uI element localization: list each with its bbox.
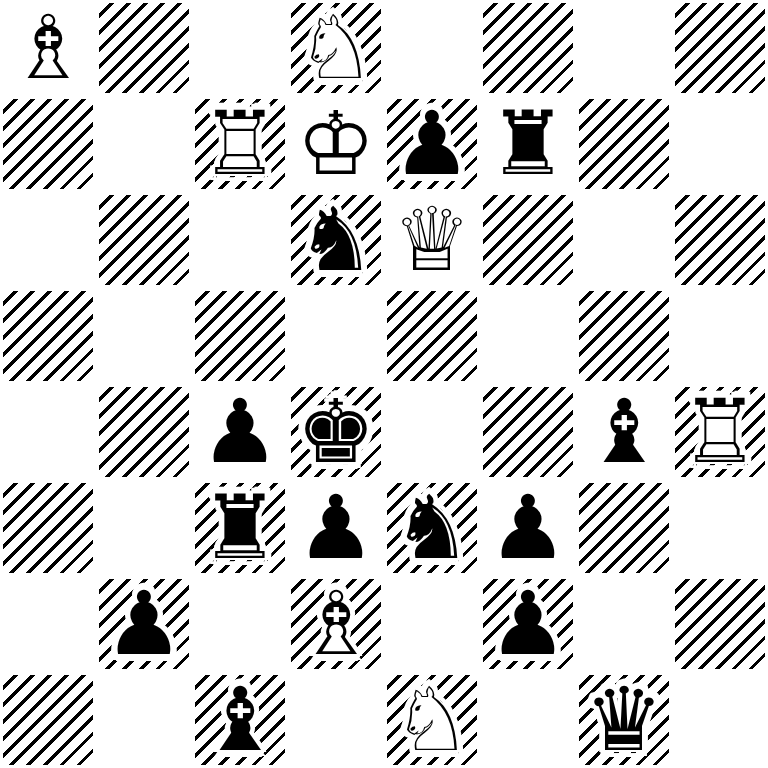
square-f2[interactable]: ♟♟	[480, 576, 576, 672]
square-e7[interactable]: ♟♟	[384, 96, 480, 192]
square-b2[interactable]: ♟♟	[96, 576, 192, 672]
square-c6[interactable]	[192, 192, 288, 288]
square-d5[interactable]	[288, 288, 384, 384]
square-e8[interactable]	[384, 0, 480, 96]
square-h1[interactable]	[672, 672, 768, 768]
square-h2[interactable]	[672, 576, 768, 672]
square-b5[interactable]	[96, 288, 192, 384]
piece-black-king[interactable]: ♚♚	[288, 384, 384, 480]
piece-black-rook[interactable]: ♜♜	[480, 96, 576, 192]
square-h6[interactable]	[672, 192, 768, 288]
square-c4[interactable]: ♟♟	[192, 384, 288, 480]
black-bishop-icon: ♝	[576, 384, 672, 480]
square-a4[interactable]	[0, 384, 96, 480]
square-f1[interactable]	[480, 672, 576, 768]
square-b3[interactable]	[96, 480, 192, 576]
black-pawn-icon: ♟	[96, 576, 192, 672]
square-a3[interactable]	[0, 480, 96, 576]
white-rook-icon: ♖	[192, 96, 288, 192]
piece-white-bishop[interactable]: ♝♗	[288, 576, 384, 672]
black-pawn-icon: ♟	[480, 480, 576, 576]
square-f8[interactable]	[480, 0, 576, 96]
square-c3[interactable]: ♜♜	[192, 480, 288, 576]
piece-black-pawn[interactable]: ♟♟	[480, 576, 576, 672]
square-h5[interactable]	[672, 288, 768, 384]
square-g2[interactable]	[576, 576, 672, 672]
square-g8[interactable]	[576, 0, 672, 96]
square-d4[interactable]: ♚♚	[288, 384, 384, 480]
square-e3[interactable]: ♞♞	[384, 480, 480, 576]
square-f5[interactable]	[480, 288, 576, 384]
white-bishop-icon: ♗	[0, 0, 96, 96]
square-b4[interactable]	[96, 384, 192, 480]
square-b8[interactable]	[96, 0, 192, 96]
piece-black-bishop[interactable]: ♝♝	[576, 384, 672, 480]
square-b1[interactable]	[96, 672, 192, 768]
piece-black-pawn[interactable]: ♟♟	[96, 576, 192, 672]
square-e5[interactable]	[384, 288, 480, 384]
black-rook-icon: ♜	[480, 96, 576, 192]
black-knight-icon: ♞	[288, 192, 384, 288]
square-h8[interactable]	[672, 0, 768, 96]
square-g6[interactable]	[576, 192, 672, 288]
square-c1[interactable]: ♝♝	[192, 672, 288, 768]
square-h3[interactable]	[672, 480, 768, 576]
white-queen-icon: ♕	[384, 192, 480, 288]
piece-black-pawn[interactable]: ♟♟	[480, 480, 576, 576]
square-f3[interactable]: ♟♟	[480, 480, 576, 576]
black-king-icon: ♚	[288, 384, 384, 480]
square-f6[interactable]	[480, 192, 576, 288]
square-g1[interactable]: ♛♛	[576, 672, 672, 768]
square-f4[interactable]	[480, 384, 576, 480]
square-e1[interactable]: ♞♘	[384, 672, 480, 768]
square-e4[interactable]	[384, 384, 480, 480]
piece-black-rook[interactable]: ♜♜	[192, 480, 288, 576]
piece-white-bishop[interactable]: ♝♗	[0, 0, 96, 96]
white-bishop-icon: ♗	[288, 576, 384, 672]
piece-white-king[interactable]: ♚♔	[288, 96, 384, 192]
black-bishop-icon: ♝	[192, 672, 288, 768]
piece-white-queen[interactable]: ♛♕	[384, 192, 480, 288]
square-c8[interactable]	[192, 0, 288, 96]
square-d3[interactable]: ♟♟	[288, 480, 384, 576]
square-g3[interactable]	[576, 480, 672, 576]
piece-white-knight[interactable]: ♞♘	[288, 0, 384, 96]
black-pawn-icon: ♟	[480, 576, 576, 672]
piece-white-knight[interactable]: ♞♘	[384, 672, 480, 768]
square-a5[interactable]	[0, 288, 96, 384]
square-a6[interactable]	[0, 192, 96, 288]
black-queen-icon: ♛	[576, 672, 672, 768]
black-knight-icon: ♞	[384, 480, 480, 576]
square-h4[interactable]: ♜♖	[672, 384, 768, 480]
square-a8[interactable]: ♝♗	[0, 0, 96, 96]
square-e2[interactable]	[384, 576, 480, 672]
piece-black-queen[interactable]: ♛♛	[576, 672, 672, 768]
square-e6[interactable]: ♛♕	[384, 192, 480, 288]
white-king-icon: ♔	[288, 96, 384, 192]
square-c7[interactable]: ♜♖	[192, 96, 288, 192]
square-c2[interactable]	[192, 576, 288, 672]
piece-black-knight[interactable]: ♞♞	[288, 192, 384, 288]
black-pawn-icon: ♟	[384, 96, 480, 192]
piece-black-pawn[interactable]: ♟♟	[384, 96, 480, 192]
white-knight-icon: ♘	[384, 672, 480, 768]
square-b7[interactable]	[96, 96, 192, 192]
piece-black-knight[interactable]: ♞♞	[384, 480, 480, 576]
white-rook-icon: ♖	[672, 384, 768, 480]
square-f7[interactable]: ♜♜	[480, 96, 576, 192]
black-pawn-icon: ♟	[192, 384, 288, 480]
piece-black-pawn[interactable]: ♟♟	[288, 480, 384, 576]
piece-white-rook[interactable]: ♜♖	[192, 96, 288, 192]
square-d6[interactable]: ♞♞	[288, 192, 384, 288]
piece-black-pawn[interactable]: ♟♟	[192, 384, 288, 480]
square-c5[interactable]	[192, 288, 288, 384]
black-rook-icon: ♜	[192, 480, 288, 576]
chess-board: ♝♗♞♘♜♖♚♔♟♟♜♜♞♞♛♕♟♟♚♚♝♝♜♖♜♜♟♟♞♞♟♟♟♟♝♗♟♟♝♝…	[0, 0, 768, 768]
square-d7[interactable]: ♚♔	[288, 96, 384, 192]
square-g4[interactable]: ♝♝	[576, 384, 672, 480]
white-knight-icon: ♘	[288, 0, 384, 96]
square-g7[interactable]	[576, 96, 672, 192]
black-pawn-icon: ♟	[288, 480, 384, 576]
square-d1[interactable]	[288, 672, 384, 768]
square-h7[interactable]	[672, 96, 768, 192]
square-d8[interactable]: ♞♘	[288, 0, 384, 96]
square-g5[interactable]	[576, 288, 672, 384]
square-a1[interactable]	[0, 672, 96, 768]
square-b6[interactable]	[96, 192, 192, 288]
piece-black-bishop[interactable]: ♝♝	[192, 672, 288, 768]
square-a2[interactable]	[0, 576, 96, 672]
piece-white-rook[interactable]: ♜♖	[672, 384, 768, 480]
square-d2[interactable]: ♝♗	[288, 576, 384, 672]
square-a7[interactable]	[0, 96, 96, 192]
